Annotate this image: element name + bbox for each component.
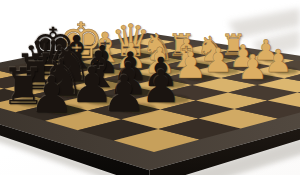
chess-set-product-photo: ♜♜♛♚♞♟♞♝♚♟♝♟♝♟♟♟♟♛♟♟♟♞♟♝♜♟♞♟♟♜♟♟: [0, 0, 300, 175]
board-render: [0, 0, 300, 175]
